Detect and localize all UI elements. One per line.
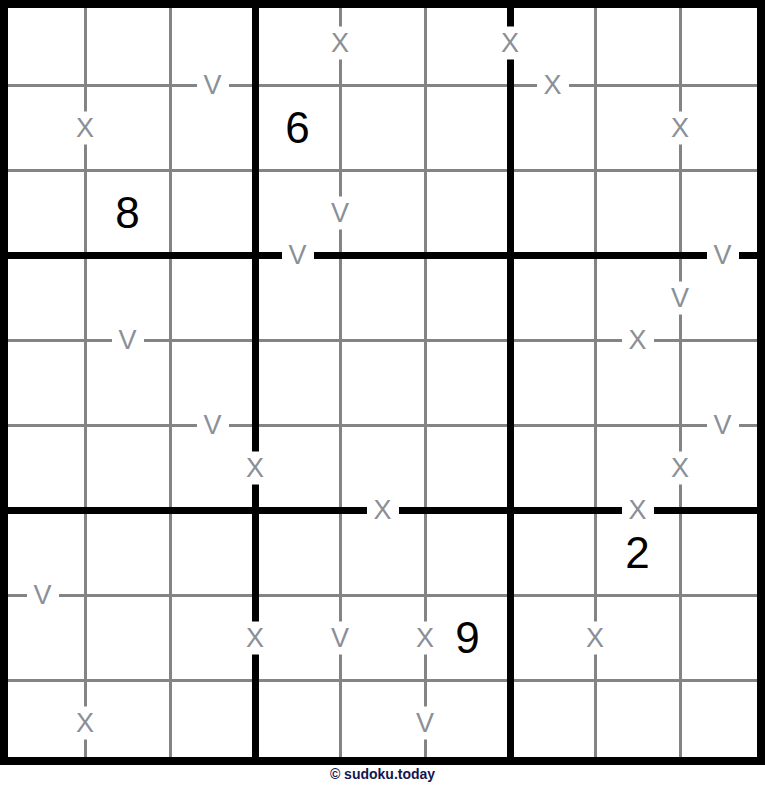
cell-r9c8[interactable] xyxy=(595,680,680,765)
xv-marker-v-r3c9-h: V xyxy=(706,239,738,272)
xv-marker-x-r6c8-v: X xyxy=(664,451,696,484)
grid-line-horizontal-7 xyxy=(8,594,757,597)
xv-marker-v-r3c4-v: V xyxy=(324,196,356,229)
xv-marker-x-r6c5-h: X xyxy=(366,494,398,527)
cell-r4c1[interactable] xyxy=(0,255,85,340)
xv-marker-v-r8c4-v: V xyxy=(324,621,356,654)
xv-marker-x-r1c6-v: X xyxy=(494,26,526,59)
xv-marker-v-r4c8-v: V xyxy=(664,281,696,314)
xv-marker-v-r1c3-h: V xyxy=(196,69,228,102)
box-border-horizontal-3 xyxy=(8,252,757,259)
cell-r3c3[interactable] xyxy=(170,170,255,255)
cell-r7c2[interactable] xyxy=(85,510,170,595)
cell-r1c2[interactable] xyxy=(85,0,170,85)
xv-marker-v-r5c3-h: V xyxy=(196,409,228,442)
cell-r6c6[interactable] xyxy=(425,425,510,510)
xv-marker-x-r8c7-v: X xyxy=(579,621,611,654)
cell-r1c8[interactable] xyxy=(595,0,680,85)
cell-r5c6[interactable] xyxy=(425,340,510,425)
cell-r7c3[interactable] xyxy=(170,510,255,595)
cell-r5c4[interactable] xyxy=(255,340,340,425)
cell-r9c7[interactable] xyxy=(510,680,595,765)
xv-marker-x-r4c8-h: X xyxy=(621,324,653,357)
cell-r3c2[interactable]: 8 xyxy=(85,170,170,255)
cell-r2c6[interactable] xyxy=(425,85,510,170)
xv-marker-x-r6c3-v: X xyxy=(239,451,271,484)
xv-marker-x-r2c1-v: X xyxy=(69,111,101,144)
xv-marker-x-r9c1-v: X xyxy=(69,706,101,739)
cell-r4c6[interactable] xyxy=(425,255,510,340)
cell-r7c7[interactable] xyxy=(510,510,595,595)
cell-r9c9[interactable] xyxy=(680,680,765,765)
cell-r6c2[interactable] xyxy=(85,425,170,510)
cell-r9c3[interactable] xyxy=(170,680,255,765)
xv-marker-x-r6c8-h: X xyxy=(621,494,653,527)
site-credit-text: © sudoku.today xyxy=(330,766,435,782)
xv-marker-x-r8c5-v: X xyxy=(409,621,441,654)
xv-marker-x-r1c7-h: X xyxy=(536,69,568,102)
grid-line-horizontal-2 xyxy=(8,169,757,172)
cell-r5c7[interactable] xyxy=(510,340,595,425)
xv-marker-v-r3c4-h: V xyxy=(281,239,313,272)
cell-r8c9[interactable] xyxy=(680,595,765,680)
cell-r5c1[interactable] xyxy=(0,340,85,425)
xv-marker-v-r7c1-h: V xyxy=(26,579,58,612)
xv-marker-x-r2c8-v: X xyxy=(664,111,696,144)
cell-r1c1[interactable] xyxy=(0,0,85,85)
xv-marker-v-r5c9-h: V xyxy=(706,409,738,442)
xv-marker-v-r9c5-v: V xyxy=(409,706,441,739)
cell-r1c9[interactable] xyxy=(680,0,765,85)
site-credit: © sudoku.today xyxy=(0,766,765,783)
cell-r6c7[interactable] xyxy=(510,425,595,510)
xv-marker-x-r1c4-v: X xyxy=(324,26,356,59)
grid-line-horizontal-8 xyxy=(8,679,757,682)
cell-r7c9[interactable] xyxy=(680,510,765,595)
cell-r5c5[interactable] xyxy=(340,340,425,425)
xv-marker-x-r8c3-v: X xyxy=(239,621,271,654)
cell-r2c4[interactable]: 6 xyxy=(255,85,340,170)
cell-r4c5[interactable] xyxy=(340,255,425,340)
cell-r2c5[interactable] xyxy=(340,85,425,170)
sudoku-board[interactable]: 6829XXXXVVXXXVXXXVVXVVVXVVXXV xyxy=(0,0,765,765)
grid-line-horizontal-1 xyxy=(8,84,757,87)
grid-line-vertical-2 xyxy=(169,8,172,757)
sudoku-page: 6829XXXXVVXXXVXXXVVXVVVXVVXXV © sudoku.t… xyxy=(0,0,765,785)
cell-r3c6[interactable] xyxy=(425,170,510,255)
xv-marker-v-r4c2-h: V xyxy=(111,324,143,357)
cell-r9c4[interactable] xyxy=(255,680,340,765)
grid-line-horizontal-5 xyxy=(8,424,757,427)
cell-r3c7[interactable] xyxy=(510,170,595,255)
cell-r7c6[interactable] xyxy=(425,510,510,595)
cell-r7c4[interactable] xyxy=(255,510,340,595)
cell-r4c7[interactable] xyxy=(510,255,595,340)
cell-r8c2[interactable] xyxy=(85,595,170,680)
box-border-vertical-6 xyxy=(507,8,514,757)
cell-r6c1[interactable] xyxy=(0,425,85,510)
cell-r3c1[interactable] xyxy=(0,170,85,255)
cell-r3c8[interactable] xyxy=(595,170,680,255)
cell-r4c3[interactable] xyxy=(170,255,255,340)
